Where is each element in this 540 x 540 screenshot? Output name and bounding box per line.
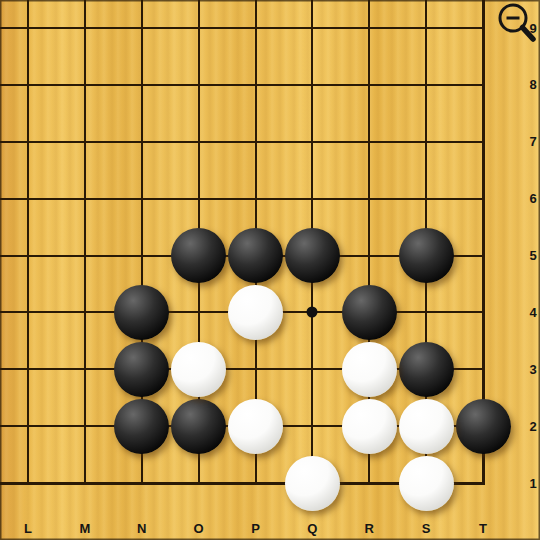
coord-label-col-r: R <box>359 521 379 536</box>
intersection-r3[interactable]: ○ <box>341 341 398 398</box>
intersection-q1[interactable]: ○ <box>284 455 341 512</box>
coord-label-row-1: 1 <box>523 476 540 491</box>
coord-label-col-q: Q <box>302 521 322 536</box>
white-stone-glyph: ○ <box>187 349 211 389</box>
intersection-o2[interactable]: ● <box>170 398 227 455</box>
white-stone-glyph: ○ <box>243 406 267 446</box>
black-stone-t2[interactable]: ● <box>456 399 511 454</box>
black-stone-n4[interactable]: ● <box>114 285 169 340</box>
white-stone-glyph: ○ <box>357 406 381 446</box>
intersection-n3[interactable]: ● <box>113 341 170 398</box>
intersection-s5[interactable]: ● <box>398 227 455 284</box>
coord-label-row-3: 3 <box>523 362 540 377</box>
black-stone-glyph: ● <box>187 406 211 446</box>
black-stone-glyph: ● <box>187 236 211 276</box>
intersection-r4[interactable]: ● <box>341 284 398 341</box>
intersection-o5[interactable]: ● <box>170 227 227 284</box>
coord-label-row-2: 2 <box>523 419 540 434</box>
white-stone-p2[interactable]: ○ <box>228 399 283 454</box>
coord-label-col-t: T <box>473 521 493 536</box>
black-stone-n3[interactable]: ● <box>114 342 169 397</box>
white-stone-glyph: ○ <box>300 463 324 503</box>
white-stone-glyph: ○ <box>414 463 438 503</box>
coord-label-row-4: 4 <box>523 305 540 320</box>
black-stone-p5[interactable]: ● <box>228 228 283 283</box>
white-stone-s2[interactable]: ○ <box>399 399 454 454</box>
white-stone-glyph: ○ <box>357 349 381 389</box>
black-stone-glyph: ● <box>130 292 154 332</box>
coord-label-col-l: L <box>18 521 38 536</box>
black-stone-glyph: ● <box>357 292 381 332</box>
black-stone-o2[interactable]: ● <box>171 399 226 454</box>
black-stone-glyph: ● <box>130 349 154 389</box>
white-stone-o3[interactable]: ○ <box>171 342 226 397</box>
white-stone-s1[interactable]: ○ <box>399 456 454 511</box>
intersection-s2[interactable]: ○ <box>398 398 455 455</box>
intersection-s1[interactable]: ○ <box>398 455 455 512</box>
white-stone-glyph: ○ <box>243 292 267 332</box>
black-stone-o5[interactable]: ● <box>171 228 226 283</box>
coord-label-col-n: N <box>132 521 152 536</box>
black-stone-glyph: ● <box>414 349 438 389</box>
black-stone-r4[interactable]: ● <box>342 285 397 340</box>
intersection-n4[interactable]: ● <box>113 284 170 341</box>
zoom-out-button[interactable] <box>486 0 540 48</box>
coord-label-col-p: P <box>246 521 266 536</box>
intersection-t2[interactable]: ● <box>455 398 512 455</box>
coord-label-row-5: 5 <box>523 248 540 263</box>
coord-label-col-o: O <box>189 521 209 536</box>
intersection-q5[interactable]: ● <box>284 227 341 284</box>
intersection-p4[interactable]: ○ <box>227 284 284 341</box>
coord-label-row-7: 7 <box>523 134 540 149</box>
white-stone-r3[interactable]: ○ <box>342 342 397 397</box>
black-stone-glyph: ● <box>471 406 495 446</box>
go-app-screen: ●●●●●●●●●●●○○○○○○○○ LMNOPQRST 987654321 <box>0 0 540 540</box>
black-stone-glyph: ● <box>130 406 154 446</box>
intersection-n2[interactable]: ● <box>113 398 170 455</box>
black-stone-glyph: ● <box>414 236 438 276</box>
black-stone-glyph: ● <box>300 236 324 276</box>
coord-label-col-s: S <box>416 521 436 536</box>
intersection-o3[interactable]: ○ <box>170 341 227 398</box>
white-stone-r2[interactable]: ○ <box>342 399 397 454</box>
black-stone-s3[interactable]: ● <box>399 342 454 397</box>
intersection-r2[interactable]: ○ <box>341 398 398 455</box>
coord-label-row-8: 8 <box>523 77 540 92</box>
black-stone-glyph: ● <box>243 236 267 276</box>
intersection-p5[interactable]: ● <box>227 227 284 284</box>
black-stone-q5[interactable]: ● <box>285 228 340 283</box>
intersection-p2[interactable]: ○ <box>227 398 284 455</box>
coord-label-col-m: M <box>75 521 95 536</box>
white-stone-p4[interactable]: ○ <box>228 285 283 340</box>
black-stone-n2[interactable]: ● <box>114 399 169 454</box>
white-stone-glyph: ○ <box>414 406 438 446</box>
magnifier-minus-icon <box>500 5 533 39</box>
white-stone-q1[interactable]: ○ <box>285 456 340 511</box>
coord-label-row-6: 6 <box>523 191 540 206</box>
black-stone-s5[interactable]: ● <box>399 228 454 283</box>
intersection-s3[interactable]: ● <box>398 341 455 398</box>
go-board[interactable]: ●●●●●●●●●●●○○○○○○○○ LMNOPQRST 987654321 <box>0 0 540 540</box>
stone-grid: ●●●●●●●●●●●○○○○○○○○ <box>0 0 511 511</box>
